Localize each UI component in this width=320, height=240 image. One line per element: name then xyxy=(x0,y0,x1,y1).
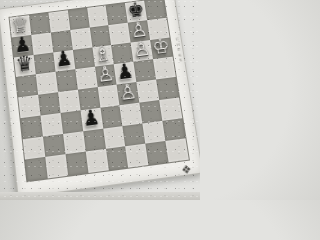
square-b4[interactable] xyxy=(38,92,60,115)
square-c7[interactable] xyxy=(51,30,73,52)
square-e7[interactable] xyxy=(89,25,111,47)
square-h4[interactable] xyxy=(156,77,179,100)
square-h5[interactable] xyxy=(153,57,176,80)
square-d5[interactable] xyxy=(75,67,97,90)
square-d2[interactable] xyxy=(83,128,106,152)
white-king-piece: ♔ xyxy=(151,35,171,57)
square-b6[interactable] xyxy=(33,52,55,75)
square-e3[interactable] xyxy=(100,105,123,128)
square-b8[interactable] xyxy=(29,13,51,35)
square-b2[interactable] xyxy=(43,133,66,157)
square-a8[interactable]: ♕ xyxy=(10,15,32,37)
chess-board: ♕♚♟♙♛♟♗♙♔♙♟♙♟ CHESS ❖ xyxy=(0,0,200,198)
white-pawn-piece: ♙ xyxy=(132,38,152,60)
square-c4[interactable] xyxy=(58,90,80,113)
square-e5[interactable]: ♙ xyxy=(95,64,117,87)
square-b3[interactable] xyxy=(40,113,62,136)
square-d3[interactable]: ♟ xyxy=(80,108,103,131)
square-c6[interactable]: ♟ xyxy=(53,50,75,72)
black-pawn-piece: ♟ xyxy=(13,33,32,55)
table-surface xyxy=(0,192,200,200)
board-grid: ♕♚♟♙♛♟♗♙♔♙♟♙♟ xyxy=(8,0,190,182)
square-c8[interactable] xyxy=(48,10,70,32)
square-h6[interactable]: ♔ xyxy=(150,37,172,59)
square-h2[interactable] xyxy=(162,118,185,141)
square-e2[interactable] xyxy=(103,126,126,150)
square-d8[interactable] xyxy=(67,8,89,30)
photo-frame: ♕♚♟♙♛♟♗♙♔♙♟♙♟ CHESS ❖ xyxy=(0,0,200,200)
square-a7[interactable]: ♟ xyxy=(12,35,34,57)
white-bishop-piece: ♗ xyxy=(93,43,112,66)
square-b1[interactable] xyxy=(45,154,68,178)
square-d7[interactable] xyxy=(70,27,92,49)
black-pawn-piece: ♟ xyxy=(54,48,73,71)
square-d4[interactable] xyxy=(78,87,100,110)
square-e8[interactable] xyxy=(87,5,109,27)
square-e1[interactable] xyxy=(106,146,129,170)
square-h7[interactable] xyxy=(147,17,169,39)
square-e6[interactable]: ♗ xyxy=(92,45,114,67)
square-c5[interactable] xyxy=(55,69,77,92)
white-pawn-piece: ♙ xyxy=(118,80,138,103)
square-a1[interactable] xyxy=(25,157,48,181)
square-c3[interactable] xyxy=(60,110,82,133)
brand-logo-icon: ❖ xyxy=(180,164,192,177)
black-king-piece: ♚ xyxy=(126,0,145,21)
square-a5[interactable] xyxy=(16,75,38,98)
square-a3[interactable] xyxy=(20,115,42,138)
square-h3[interactable] xyxy=(159,97,182,120)
black-pawn-piece: ♟ xyxy=(81,105,101,128)
black-queen-piece: ♛ xyxy=(15,53,34,76)
square-a4[interactable] xyxy=(18,95,40,118)
white-queen-piece: ♕ xyxy=(11,13,30,35)
square-h1[interactable] xyxy=(166,139,189,163)
square-e4[interactable] xyxy=(97,85,120,108)
square-a6[interactable]: ♛ xyxy=(14,55,36,78)
square-d6[interactable] xyxy=(72,47,94,69)
square-c1[interactable] xyxy=(65,152,88,176)
square-d1[interactable] xyxy=(85,149,108,173)
square-b7[interactable] xyxy=(31,32,53,54)
white-pawn-piece: ♙ xyxy=(96,62,116,85)
white-pawn-piece: ♙ xyxy=(129,18,149,40)
square-b5[interactable] xyxy=(36,72,58,95)
square-c2[interactable] xyxy=(63,131,86,155)
square-a2[interactable] xyxy=(23,136,45,160)
black-pawn-piece: ♟ xyxy=(115,60,135,83)
